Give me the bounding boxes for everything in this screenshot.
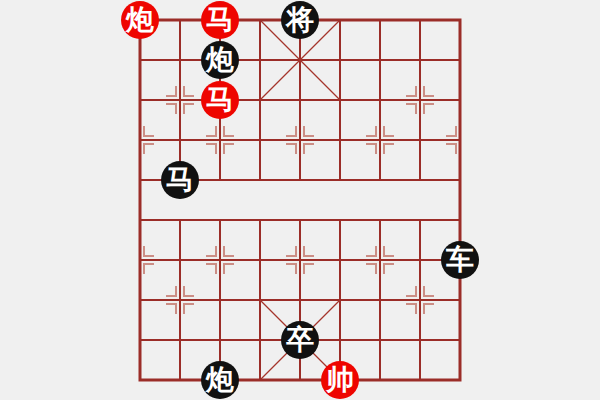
- piece-red-horse[interactable]: 马: [201, 81, 239, 119]
- app-background: 炮马将炮马马车卒炮帅: [0, 0, 600, 400]
- piece-black-soldier[interactable]: 卒: [281, 321, 319, 359]
- piece-black-cannon[interactable]: 炮: [201, 41, 239, 79]
- piece-black-general[interactable]: 将: [281, 1, 319, 39]
- piece-black-horse[interactable]: 马: [161, 161, 199, 199]
- piece-red-general[interactable]: 帅: [321, 361, 359, 399]
- piece-black-chariot[interactable]: 车: [441, 241, 479, 279]
- piece-red-horse[interactable]: 马: [201, 1, 239, 39]
- pieces-layer: 炮马将炮马马车卒炮帅: [140, 20, 460, 380]
- piece-black-cannon[interactable]: 炮: [201, 361, 239, 399]
- xiangqi-board[interactable]: 炮马将炮马马车卒炮帅: [140, 20, 460, 380]
- piece-red-cannon[interactable]: 炮: [121, 1, 159, 39]
